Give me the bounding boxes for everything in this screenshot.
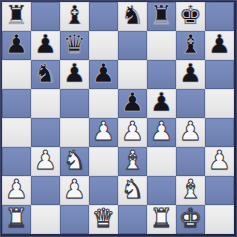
square-b4[interactable] — [31, 118, 60, 147]
square-h6[interactable] — [205, 60, 234, 89]
square-d8[interactable] — [89, 2, 118, 31]
square-e3[interactable]: ♝ — [118, 147, 147, 176]
white-pawn-f4[interactable]: ♟ — [150, 117, 173, 146]
board-frame: ♜♝♞♜♚♟♟♛♝♟♞♟♟♟♟♟♟♟♟♟♟♞♝♟♟♟♞♝♜♛♜♚ — [0, 0, 237, 237]
square-b1[interactable] — [31, 205, 60, 234]
square-f8[interactable]: ♜ — [147, 2, 176, 31]
square-d2[interactable] — [89, 176, 118, 205]
square-a8[interactable]: ♜ — [2, 2, 31, 31]
black-knight-e8[interactable]: ♞ — [121, 1, 144, 30]
square-e7[interactable] — [118, 31, 147, 60]
black-pawn-h7[interactable]: ♟ — [208, 30, 231, 59]
square-h3[interactable]: ♟ — [205, 147, 234, 176]
black-pawn-g6[interactable]: ♟ — [179, 59, 202, 88]
square-c4[interactable] — [60, 118, 89, 147]
square-h4[interactable] — [205, 118, 234, 147]
black-king-g8[interactable]: ♚ — [179, 1, 202, 30]
square-g2[interactable]: ♝ — [176, 176, 205, 205]
square-g7[interactable]: ♝ — [176, 31, 205, 60]
square-c1[interactable] — [60, 205, 89, 234]
square-a6[interactable] — [2, 60, 31, 89]
square-b8[interactable] — [31, 2, 60, 31]
square-e5[interactable]: ♟ — [118, 89, 147, 118]
black-bishop-c8[interactable]: ♝ — [63, 1, 86, 30]
black-pawn-f5[interactable]: ♟ — [150, 88, 173, 117]
square-f1[interactable]: ♜ — [147, 205, 176, 234]
square-h5[interactable] — [205, 89, 234, 118]
white-queen-d1[interactable]: ♛ — [92, 204, 115, 233]
white-bishop-g2[interactable]: ♝ — [179, 175, 202, 204]
white-pawn-d4[interactable]: ♟ — [92, 117, 115, 146]
square-c6[interactable]: ♟ — [60, 60, 89, 89]
square-b2[interactable] — [31, 176, 60, 205]
white-pawn-a2[interactable]: ♟ — [5, 175, 28, 204]
square-a1[interactable]: ♜ — [2, 205, 31, 234]
square-c3[interactable]: ♞ — [60, 147, 89, 176]
square-g3[interactable] — [176, 147, 205, 176]
square-a5[interactable] — [2, 89, 31, 118]
square-d6[interactable]: ♟ — [89, 60, 118, 89]
square-c2[interactable]: ♟ — [60, 176, 89, 205]
square-e2[interactable]: ♞ — [118, 176, 147, 205]
square-g4[interactable]: ♟ — [176, 118, 205, 147]
black-pawn-b7[interactable]: ♟ — [34, 30, 57, 59]
white-pawn-e4[interactable]: ♟ — [121, 117, 144, 146]
square-a2[interactable]: ♟ — [2, 176, 31, 205]
white-knight-e2[interactable]: ♞ — [121, 175, 144, 204]
square-c7[interactable]: ♛ — [60, 31, 89, 60]
square-h1[interactable] — [205, 205, 234, 234]
square-g8[interactable]: ♚ — [176, 2, 205, 31]
square-d3[interactable] — [89, 147, 118, 176]
square-g5[interactable] — [176, 89, 205, 118]
white-pawn-g4[interactable]: ♟ — [179, 117, 202, 146]
black-queen-c7[interactable]: ♛ — [63, 30, 86, 59]
white-pawn-c2[interactable]: ♟ — [63, 175, 86, 204]
square-h2[interactable] — [205, 176, 234, 205]
square-e4[interactable]: ♟ — [118, 118, 147, 147]
square-f6[interactable] — [147, 60, 176, 89]
white-knight-c3[interactable]: ♞ — [63, 146, 86, 175]
chess-board: ♜♝♞♜♚♟♟♛♝♟♞♟♟♟♟♟♟♟♟♟♟♞♝♟♟♟♞♝♜♛♜♚ — [2, 2, 234, 234]
black-pawn-d6[interactable]: ♟ — [92, 59, 115, 88]
square-b3[interactable]: ♟ — [31, 147, 60, 176]
square-c5[interactable] — [60, 89, 89, 118]
square-a7[interactable]: ♟ — [2, 31, 31, 60]
white-rook-a1[interactable]: ♜ — [5, 204, 28, 233]
white-pawn-b3[interactable]: ♟ — [34, 146, 57, 175]
square-b7[interactable]: ♟ — [31, 31, 60, 60]
square-b6[interactable]: ♞ — [31, 60, 60, 89]
white-king-g1[interactable]: ♚ — [179, 204, 202, 233]
square-f2[interactable] — [147, 176, 176, 205]
square-e1[interactable] — [118, 205, 147, 234]
black-pawn-e5[interactable]: ♟ — [121, 88, 144, 117]
square-g1[interactable]: ♚ — [176, 205, 205, 234]
square-e6[interactable] — [118, 60, 147, 89]
square-g6[interactable]: ♟ — [176, 60, 205, 89]
square-f4[interactable]: ♟ — [147, 118, 176, 147]
black-bishop-g7[interactable]: ♝ — [179, 30, 202, 59]
black-pawn-a7[interactable]: ♟ — [5, 30, 28, 59]
square-d5[interactable] — [89, 89, 118, 118]
square-d1[interactable]: ♛ — [89, 205, 118, 234]
square-e8[interactable]: ♞ — [118, 2, 147, 31]
black-pawn-c6[interactable]: ♟ — [63, 59, 86, 88]
square-b5[interactable] — [31, 89, 60, 118]
white-pawn-h3[interactable]: ♟ — [208, 146, 231, 175]
white-bishop-e3[interactable]: ♝ — [121, 146, 144, 175]
chess-app-window: ♜♝♞♜♚♟♟♛♝♟♞♟♟♟♟♟♟♟♟♟♟♞♝♟♟♟♞♝♜♛♜♚ — [0, 0, 237, 237]
square-h8[interactable] — [205, 2, 234, 31]
white-rook-f1[interactable]: ♜ — [150, 204, 173, 233]
black-rook-a8[interactable]: ♜ — [5, 1, 28, 30]
black-knight-b6[interactable]: ♞ — [34, 59, 57, 88]
square-d7[interactable] — [89, 31, 118, 60]
square-a3[interactable] — [2, 147, 31, 176]
square-f7[interactable] — [147, 31, 176, 60]
black-rook-f8[interactable]: ♜ — [150, 1, 173, 30]
square-f3[interactable] — [147, 147, 176, 176]
square-d4[interactable]: ♟ — [89, 118, 118, 147]
square-h7[interactable]: ♟ — [205, 31, 234, 60]
square-a4[interactable] — [2, 118, 31, 147]
square-f5[interactable]: ♟ — [147, 89, 176, 118]
square-c8[interactable]: ♝ — [60, 2, 89, 31]
